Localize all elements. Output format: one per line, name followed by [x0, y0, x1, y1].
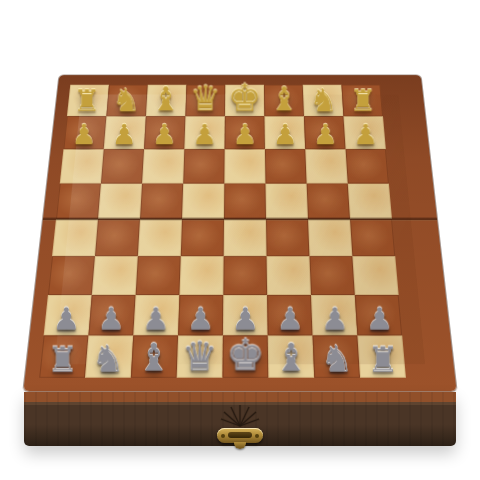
piece-gold-pawn: ♟	[265, 121, 305, 149]
brass-clasp-knob	[234, 442, 246, 449]
piece-silver-knight: ♞	[314, 340, 360, 377]
square-d5	[181, 219, 224, 256]
piece-gold-pawn: ♟	[225, 121, 265, 149]
square-c2: ♟	[144, 116, 185, 149]
square-e1: ♚	[225, 85, 265, 117]
square-b7: ♟	[88, 295, 135, 336]
square-h3	[346, 149, 389, 183]
square-e3	[224, 149, 265, 183]
piece-silver-king: ♚	[223, 333, 269, 377]
piece-silver-pawn: ♟	[312, 304, 357, 335]
square-g7: ♟	[311, 295, 357, 336]
piece-silver-queen: ♛	[177, 337, 223, 377]
square-b3	[101, 149, 144, 183]
square-a5	[52, 219, 98, 256]
square-d1: ♛	[185, 85, 225, 117]
square-g5	[308, 219, 352, 256]
square-e6	[223, 256, 267, 295]
piece-gold-rook: ♜	[67, 86, 106, 116]
piece-gold-rook: ♜	[343, 86, 382, 116]
piece-gold-pawn: ♟	[184, 121, 224, 149]
chess-board: ♜♞♝♛♚♝♞♜♟♟♟♟♟♟♟♟♟♟♟♟♟♟♟♟♜♞♝♛♚♝♞♜	[39, 85, 441, 378]
piece-gold-knight: ♞	[107, 84, 146, 116]
square-h4	[348, 183, 392, 219]
square-g4	[307, 183, 350, 219]
square-b8: ♞	[85, 335, 133, 377]
square-a8: ♜	[39, 335, 88, 377]
square-g8: ♞	[313, 335, 361, 377]
piece-silver-pawn: ♟	[268, 304, 313, 335]
square-h2: ♟	[343, 116, 385, 149]
board-frame: ♜♞♝♛♚♝♞♜♟♟♟♟♟♟♟♟♟♟♟♟♟♟♟♟♜♞♝♛♚♝♞♜	[23, 75, 456, 391]
square-d8: ♛	[177, 335, 223, 377]
square-f3	[265, 149, 307, 183]
piece-silver-pawn: ♟	[44, 304, 89, 335]
chess-box-scene: ♜♞♝♛♚♝♞♜♟♟♟♟♟♟♟♟♟♟♟♟♟♟♟♟♜♞♝♛♚♝♞♜	[43, 38, 437, 400]
square-g1: ♞	[303, 85, 344, 117]
square-d3	[183, 149, 224, 183]
square-h7: ♟	[355, 295, 402, 336]
square-d2: ♟	[184, 116, 225, 149]
piece-gold-pawn: ♟	[104, 121, 144, 149]
square-c6	[136, 256, 181, 295]
square-f4	[265, 183, 308, 219]
folding-chess-box-lid: ♜♞♝♛♚♝♞♜♟♟♟♟♟♟♟♟♟♟♟♟♟♟♟♟♜♞♝♛♚♝♞♜	[23, 75, 456, 391]
square-f5	[266, 219, 309, 256]
square-b6	[92, 256, 138, 295]
square-g2: ♟	[304, 116, 346, 149]
square-a3	[60, 149, 104, 183]
piece-gold-knight: ♞	[304, 84, 343, 116]
piece-gold-bishop: ♝	[264, 83, 303, 116]
square-g3	[305, 149, 347, 183]
square-e2: ♟	[225, 116, 265, 149]
square-f6	[267, 256, 311, 295]
square-h8: ♜	[357, 335, 406, 377]
square-a7: ♟	[44, 295, 92, 336]
product-photo-background: ♜♞♝♛♚♝♞♜♟♟♟♟♟♟♟♟♟♟♟♟♟♟♟♟♜♞♝♛♚♝♞♜	[0, 0, 480, 480]
square-h1: ♜	[341, 85, 383, 117]
square-g6	[309, 256, 354, 295]
piece-gold-king: ♚	[225, 79, 264, 117]
square-d4	[182, 183, 224, 219]
square-b2: ♟	[104, 116, 146, 149]
square-c5	[138, 219, 182, 256]
square-b1: ♞	[106, 85, 147, 117]
square-c4	[140, 183, 183, 219]
piece-silver-pawn: ♟	[89, 304, 134, 335]
square-c8: ♝	[131, 335, 178, 377]
brass-clasp	[217, 428, 263, 443]
square-c3	[142, 149, 184, 183]
piece-silver-bishop: ♝	[131, 339, 177, 377]
piece-silver-pawn: ♟	[133, 304, 178, 335]
piece-gold-pawn: ♟	[305, 121, 345, 149]
square-c7: ♟	[133, 295, 179, 336]
square-d6	[179, 256, 223, 295]
square-f2: ♟	[264, 116, 305, 149]
square-a1: ♜	[67, 85, 109, 117]
piece-gold-pawn: ♟	[64, 121, 104, 149]
piece-gold-queen: ♛	[186, 81, 225, 116]
square-b4	[98, 183, 142, 219]
piece-silver-pawn: ♟	[178, 304, 223, 335]
square-h5	[350, 219, 395, 256]
piece-silver-knight: ♞	[85, 340, 131, 377]
square-f1: ♝	[264, 85, 304, 117]
piece-silver-rook: ♜	[360, 342, 406, 377]
square-h6	[352, 256, 398, 295]
piece-gold-pawn: ♟	[345, 121, 385, 149]
piece-silver-bishop: ♝	[268, 339, 314, 377]
piece-silver-pawn: ♟	[357, 304, 402, 335]
square-e8: ♚	[223, 335, 269, 377]
square-c1: ♝	[146, 85, 187, 117]
square-a2: ♟	[63, 116, 106, 149]
box-front-panel	[24, 392, 456, 446]
carved-fan-ornament	[218, 403, 262, 427]
piece-silver-rook: ♜	[40, 342, 86, 377]
piece-gold-bishop: ♝	[146, 83, 185, 116]
square-e4	[224, 183, 266, 219]
square-d7: ♟	[178, 295, 223, 336]
piece-gold-pawn: ♟	[144, 121, 184, 149]
square-a4	[56, 183, 101, 219]
square-f8: ♝	[268, 335, 314, 377]
square-b5	[95, 219, 140, 256]
square-f7: ♟	[267, 295, 312, 336]
square-a6	[48, 256, 95, 295]
square-e5	[224, 219, 267, 256]
